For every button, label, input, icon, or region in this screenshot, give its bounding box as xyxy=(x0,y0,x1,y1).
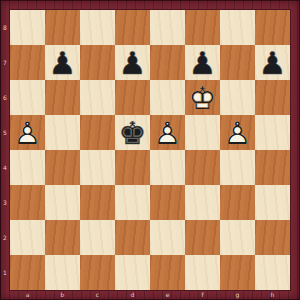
square-c5[interactable] xyxy=(80,115,115,150)
square-g1[interactable] xyxy=(220,255,255,290)
rank-label-5: 5 xyxy=(0,115,10,150)
square-e1[interactable] xyxy=(150,255,185,290)
square-f2[interactable] xyxy=(185,220,220,255)
square-g2[interactable] xyxy=(220,220,255,255)
square-c2[interactable] xyxy=(80,220,115,255)
square-h4[interactable] xyxy=(255,150,290,185)
square-e4[interactable] xyxy=(150,150,185,185)
rank-label-2: 2 xyxy=(0,220,10,255)
square-h3[interactable] xyxy=(255,185,290,220)
square-b2[interactable] xyxy=(45,220,80,255)
rank-label-3: 3 xyxy=(0,185,10,220)
square-h1[interactable] xyxy=(255,255,290,290)
square-c7[interactable] xyxy=(80,45,115,80)
square-d8[interactable] xyxy=(115,10,150,45)
square-f5[interactable] xyxy=(185,115,220,150)
file-label-d: d xyxy=(115,290,150,300)
white-pawn[interactable]: ♟♙ xyxy=(10,115,45,150)
white-pawn-outline: ♙ xyxy=(150,115,185,150)
file-label-a: a xyxy=(10,290,45,300)
square-h7[interactable]: ♟ xyxy=(255,45,290,80)
square-c4[interactable] xyxy=(80,150,115,185)
square-b1[interactable] xyxy=(45,255,80,290)
square-g7[interactable] xyxy=(220,45,255,80)
square-a3[interactable] xyxy=(10,185,45,220)
square-g8[interactable] xyxy=(220,10,255,45)
board-frame: ♟♟♟♟♚♔♟♙♚♟♙♟♙ 87654321 abcdefgh xyxy=(0,0,300,300)
white-pawn-outline: ♙ xyxy=(220,115,255,150)
square-g5[interactable]: ♟♙ xyxy=(220,115,255,150)
square-f7[interactable]: ♟ xyxy=(185,45,220,80)
square-f1[interactable] xyxy=(185,255,220,290)
file-label-h: h xyxy=(255,290,290,300)
square-a1[interactable] xyxy=(10,255,45,290)
file-label-g: g xyxy=(220,290,255,300)
black-pawn[interactable]: ♟ xyxy=(185,45,220,80)
square-h6[interactable] xyxy=(255,80,290,115)
square-b8[interactable] xyxy=(45,10,80,45)
square-c1[interactable] xyxy=(80,255,115,290)
rank-label-7: 7 xyxy=(0,45,10,80)
black-pawn-glyph: ♟ xyxy=(45,45,80,80)
square-g3[interactable] xyxy=(220,185,255,220)
square-g6[interactable] xyxy=(220,80,255,115)
square-c3[interactable] xyxy=(80,185,115,220)
square-d6[interactable] xyxy=(115,80,150,115)
black-pawn-glyph: ♟ xyxy=(115,45,150,80)
file-label-e: e xyxy=(150,290,185,300)
black-king[interactable]: ♚ xyxy=(115,115,150,150)
square-a4[interactable] xyxy=(10,150,45,185)
white-king[interactable]: ♚♔ xyxy=(185,80,220,115)
square-e3[interactable] xyxy=(150,185,185,220)
rank-label-4: 4 xyxy=(0,150,10,185)
square-d2[interactable] xyxy=(115,220,150,255)
square-e2[interactable] xyxy=(150,220,185,255)
square-e8[interactable] xyxy=(150,10,185,45)
square-a2[interactable] xyxy=(10,220,45,255)
square-a6[interactable] xyxy=(10,80,45,115)
rank-label-6: 6 xyxy=(0,80,10,115)
square-f6[interactable]: ♚♔ xyxy=(185,80,220,115)
square-e5[interactable]: ♟♙ xyxy=(150,115,185,150)
square-e6[interactable] xyxy=(150,80,185,115)
white-king-outline: ♔ xyxy=(185,80,220,115)
black-pawn[interactable]: ♟ xyxy=(45,45,80,80)
square-h2[interactable] xyxy=(255,220,290,255)
square-h8[interactable] xyxy=(255,10,290,45)
black-pawn-glyph: ♟ xyxy=(255,45,290,80)
square-h5[interactable] xyxy=(255,115,290,150)
rank-label-1: 1 xyxy=(0,255,10,290)
square-a7[interactable] xyxy=(10,45,45,80)
square-e7[interactable] xyxy=(150,45,185,80)
black-king-glyph: ♚ xyxy=(115,115,150,150)
square-a8[interactable] xyxy=(10,10,45,45)
square-d5[interactable]: ♚ xyxy=(115,115,150,150)
black-pawn-glyph: ♟ xyxy=(185,45,220,80)
file-label-f: f xyxy=(185,290,220,300)
white-pawn[interactable]: ♟♙ xyxy=(150,115,185,150)
file-label-b: b xyxy=(45,290,80,300)
square-c8[interactable] xyxy=(80,10,115,45)
square-g4[interactable] xyxy=(220,150,255,185)
square-d7[interactable]: ♟ xyxy=(115,45,150,80)
square-f3[interactable] xyxy=(185,185,220,220)
square-d4[interactable] xyxy=(115,150,150,185)
square-c6[interactable] xyxy=(80,80,115,115)
chessboard: ♟♟♟♟♚♔♟♙♚♟♙♟♙ xyxy=(10,10,290,290)
file-label-c: c xyxy=(80,290,115,300)
rank-label-8: 8 xyxy=(0,10,10,45)
square-b3[interactable] xyxy=(45,185,80,220)
square-d1[interactable] xyxy=(115,255,150,290)
square-d3[interactable] xyxy=(115,185,150,220)
square-b4[interactable] xyxy=(45,150,80,185)
white-pawn[interactable]: ♟♙ xyxy=(220,115,255,150)
square-a5[interactable]: ♟♙ xyxy=(10,115,45,150)
square-f4[interactable] xyxy=(185,150,220,185)
black-pawn[interactable]: ♟ xyxy=(115,45,150,80)
black-pawn[interactable]: ♟ xyxy=(255,45,290,80)
square-f8[interactable] xyxy=(185,10,220,45)
square-b6[interactable] xyxy=(45,80,80,115)
square-b7[interactable]: ♟ xyxy=(45,45,80,80)
square-b5[interactable] xyxy=(45,115,80,150)
white-pawn-outline: ♙ xyxy=(10,115,45,150)
